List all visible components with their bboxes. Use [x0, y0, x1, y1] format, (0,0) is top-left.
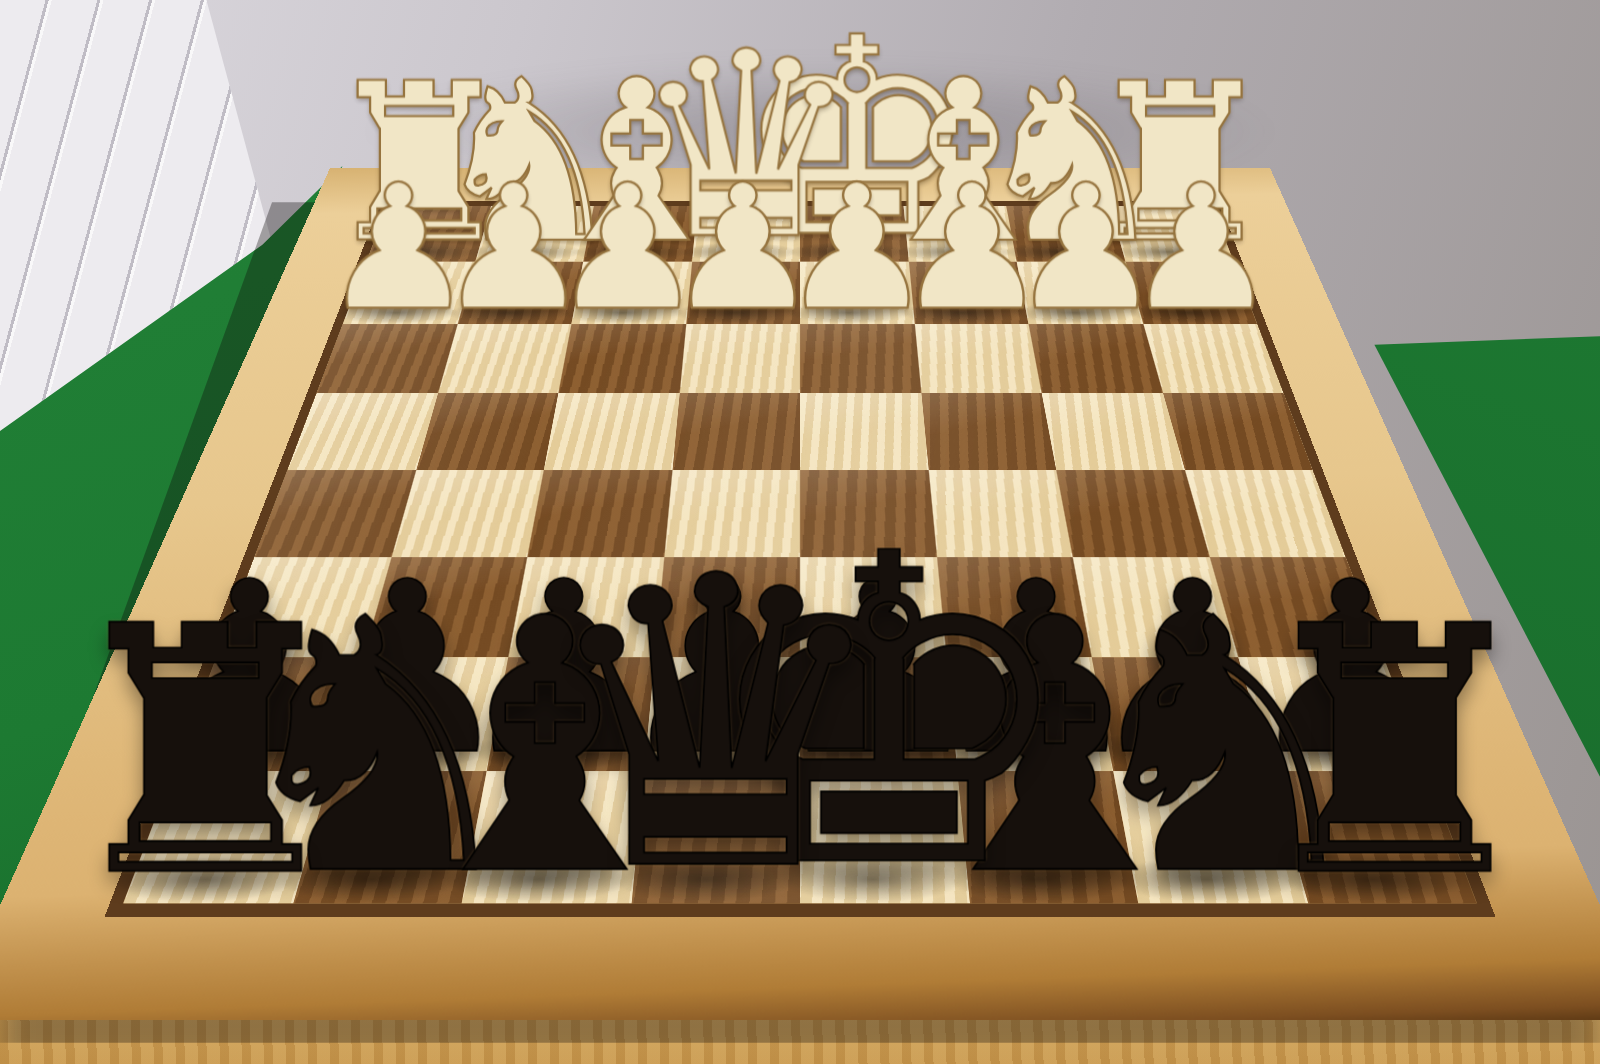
- square-r5c8: [1184, 470, 1345, 557]
- piece-shadow: [441, 856, 632, 903]
- square-r3c1: [317, 324, 457, 393]
- square-r7c7: ♟: [1092, 657, 1270, 771]
- piece-shadow: [558, 302, 686, 324]
- square-r4c1: [288, 393, 438, 470]
- square-r2c8: ♟: [1125, 262, 1257, 324]
- square-r1c3: ♝: [583, 206, 697, 262]
- piece-shadow: [1000, 242, 1123, 262]
- square-r7c6: ♟: [946, 657, 1113, 771]
- piece-shadow: [679, 242, 798, 262]
- piece-shadow: [611, 856, 797, 903]
- square-r3c4: [679, 324, 800, 393]
- square-r3c8: [1143, 324, 1283, 393]
- piece-shadow: [1011, 302, 1141, 324]
- piece-shadow: [781, 730, 953, 771]
- chessboard: ♜♞♝♛♚♝♞♜♟♟♟♟♟♟♟♟♟♟♟♟♟♟♟♟♜♞♝♛♚♝♞♜: [330, 168, 1270, 988]
- square-r6c3: [508, 557, 663, 656]
- square-r6c8: [1209, 557, 1383, 656]
- square-r6c4: [654, 557, 800, 656]
- square-r5c7: [1056, 470, 1209, 557]
- piece-shadow: [468, 730, 644, 771]
- piece-shadow: [1087, 730, 1266, 771]
- square-r6c2: [363, 557, 528, 656]
- square-r4c5: [800, 393, 928, 470]
- piece-shadow: [625, 730, 797, 771]
- square-r7c4: ♟: [643, 657, 800, 771]
- square-r8c5: ♚: [800, 771, 969, 903]
- piece-shadow: [780, 856, 966, 903]
- piece-shadow: [1110, 856, 1304, 903]
- square-r8c8: ♜: [1270, 771, 1477, 903]
- square-r5c3: [527, 470, 672, 557]
- square-r1c7: ♞: [1006, 206, 1125, 262]
- piece-shadow: [462, 242, 585, 262]
- piece-shadow: [786, 302, 912, 324]
- piece-shadow: [1274, 856, 1473, 903]
- piece-shadow: [353, 242, 478, 262]
- square-r4c6: [921, 393, 1056, 470]
- piece-shadow: [787, 242, 906, 262]
- square-r6c1: [217, 557, 391, 656]
- square-r6c6: [936, 557, 1091, 656]
- piece-shadow: [444, 302, 574, 324]
- square-r4c8: [1162, 393, 1312, 470]
- square-r3c6: [914, 324, 1041, 393]
- square-r1c6: ♝: [903, 206, 1017, 262]
- piece-shadow: [103, 856, 303, 903]
- square-r4c4: [672, 393, 800, 470]
- piece-shadow: [1123, 302, 1255, 324]
- square-r2c7: ♟: [1017, 262, 1143, 324]
- piece-shadow: [155, 730, 339, 771]
- piece-shadow: [672, 302, 798, 324]
- piece-shadow: [570, 242, 691, 262]
- piece-shadow: [1107, 242, 1232, 262]
- piece-shadow: [311, 730, 491, 771]
- square-r1c1: ♜: [366, 206, 490, 262]
- square-r8c4: ♛: [631, 771, 800, 903]
- piece-shadow: [272, 856, 467, 903]
- square-r6c5: [800, 557, 946, 656]
- square-r2c6: ♟: [908, 262, 1028, 324]
- piece-shadow: [934, 730, 1110, 771]
- piece-shadow: [945, 856, 1135, 903]
- piece-shadow: [1240, 730, 1423, 771]
- square-r4c3: [544, 393, 679, 470]
- piece-shadow: [894, 242, 1015, 262]
- square-r2c5: ♟: [800, 262, 914, 324]
- square-r1c2: ♞: [475, 206, 594, 262]
- square-r1c5: ♚: [800, 206, 908, 262]
- square-r5c6: [928, 470, 1073, 557]
- square-r7c5: ♟: [800, 657, 957, 771]
- square-r5c4: [664, 470, 800, 557]
- square-r2c4: ♟: [686, 262, 800, 324]
- square-r4c7: [1042, 393, 1185, 470]
- square-r1c4: ♛: [692, 206, 800, 262]
- square-r5c5: [800, 470, 936, 557]
- square-r1c8: ♜: [1109, 206, 1233, 262]
- square-r7c8: ♟: [1237, 657, 1426, 771]
- piece-shadow: [899, 302, 1026, 324]
- chessboard-inner-border: ♜♞♝♛♚♝♞♜♟♟♟♟♟♟♟♟♟♟♟♟♟♟♟♟♜♞♝♛♚♝♞♜: [105, 201, 1496, 916]
- square-r5c2: [391, 470, 544, 557]
- square-r3c3: [558, 324, 685, 393]
- square-r3c5: [800, 324, 921, 393]
- square-r3c2: [438, 324, 572, 393]
- photo-scene: ♜♞♝♛♚♝♞♜♟♟♟♟♟♟♟♟♟♟♟♟♟♟♟♟♜♞♝♛♚♝♞♜: [0, 0, 1600, 1064]
- piece-shadow: [329, 302, 461, 324]
- square-r8c6: ♝: [957, 771, 1139, 903]
- square-r5c1: [254, 470, 415, 557]
- board-grid: ♜♞♝♛♚♝♞♜♟♟♟♟♟♟♟♟♟♟♟♟♟♟♟♟♜♞♝♛♚♝♞♜: [123, 206, 1476, 903]
- square-r3c7: [1029, 324, 1163, 393]
- square-r4c2: [416, 393, 559, 470]
